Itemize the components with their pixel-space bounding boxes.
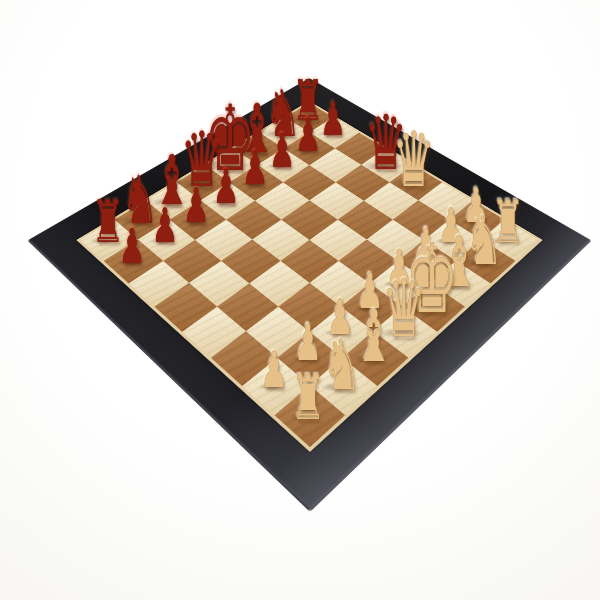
piece-red-pawn-e7[interactable]: ♟ (242, 145, 268, 192)
piece-white-pawn-b2[interactable]: ♟ (294, 318, 322, 368)
piece-red-pawn-f7[interactable]: ♟ (269, 128, 295, 175)
chess-set-photo: ♜♞♝♛♚♝♞♜♟♟♟♟♟♟♟♟♛♛♟♟♟♟♟♟♟♟♜♞♝♛♚♝♞♜ (0, 0, 600, 600)
piece-white-queen-h4[interactable]: ♛ (393, 122, 436, 198)
piece-white-knight-b1[interactable]: ♞ (322, 330, 361, 400)
piece-red-pawn-h7[interactable]: ♟ (320, 96, 346, 142)
piece-white-rook-a1[interactable]: ♜ (291, 367, 326, 428)
piece-red-pawn-c7[interactable]: ♟ (183, 182, 210, 229)
piece-red-pawn-b7[interactable]: ♟ (151, 202, 178, 250)
piece-red-pawn-d7[interactable]: ♟ (213, 163, 240, 210)
piece-red-pawn-g7[interactable]: ♟ (295, 111, 321, 157)
pieces-layer: ♜♞♝♛♚♝♞♜♟♟♟♟♟♟♟♟♛♛♟♟♟♟♟♟♟♟♜♞♝♛♚♝♞♜ (0, 0, 600, 600)
piece-white-pawn-a2[interactable]: ♟ (260, 346, 288, 396)
piece-red-pawn-a7[interactable]: ♟ (118, 223, 145, 271)
